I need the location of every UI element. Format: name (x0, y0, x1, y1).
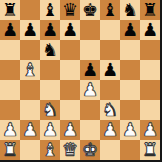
black-pawn[interactable]: ♟ (2, 20, 18, 40)
square-d7[interactable]: ♟ (60, 20, 80, 40)
square-h2[interactable]: ♟ (140, 120, 160, 140)
square-e5[interactable]: ♟ (80, 60, 100, 80)
white-queen[interactable]: ♛ (62, 140, 78, 160)
square-d4[interactable] (60, 80, 80, 100)
white-king[interactable]: ♚ (82, 140, 98, 160)
square-h8[interactable]: ♜ (140, 0, 160, 20)
square-a2[interactable]: ♟ (0, 120, 20, 140)
black-queen[interactable]: ♛ (62, 0, 78, 20)
square-h5[interactable] (140, 60, 160, 80)
square-b2[interactable]: ♟ (20, 120, 40, 140)
square-c5[interactable] (40, 60, 60, 80)
square-h7[interactable]: ♟ (140, 20, 160, 40)
square-e1[interactable]: ♚ (80, 140, 100, 160)
square-h3[interactable] (140, 100, 160, 120)
square-g4[interactable] (120, 80, 140, 100)
white-pawn[interactable]: ♟ (22, 120, 38, 140)
white-pawn[interactable]: ♟ (102, 120, 118, 140)
square-e6[interactable] (80, 40, 100, 60)
square-c3[interactable]: ♞ (40, 100, 60, 120)
black-pawn[interactable]: ♟ (42, 20, 58, 40)
square-b8[interactable] (20, 0, 40, 20)
square-d5[interactable] (60, 60, 80, 80)
square-e4[interactable]: ♟ (80, 80, 100, 100)
square-g2[interactable]: ♟ (120, 120, 140, 140)
square-e3[interactable] (80, 100, 100, 120)
square-g3[interactable] (120, 100, 140, 120)
square-b3[interactable] (20, 100, 40, 120)
square-g1[interactable] (120, 140, 140, 160)
black-knight[interactable]: ♞ (42, 40, 58, 60)
square-f2[interactable]: ♟ (100, 120, 120, 140)
black-pawn[interactable]: ♟ (82, 60, 98, 80)
square-g6[interactable] (120, 40, 140, 60)
white-knight[interactable]: ♞ (102, 100, 118, 120)
square-c7[interactable]: ♟ (40, 20, 60, 40)
square-b4[interactable] (20, 80, 40, 100)
black-rook[interactable]: ♜ (2, 0, 18, 20)
white-pawn[interactable]: ♟ (42, 120, 58, 140)
square-g7[interactable]: ♟ (120, 20, 140, 40)
square-h4[interactable] (140, 80, 160, 100)
square-a7[interactable]: ♟ (0, 20, 20, 40)
square-g8[interactable]: ♞ (120, 0, 140, 20)
white-bishop[interactable]: ♝ (42, 140, 58, 160)
white-pawn[interactable]: ♟ (2, 120, 18, 140)
black-pawn[interactable]: ♟ (22, 20, 38, 40)
square-f8[interactable]: ♝ (100, 0, 120, 20)
black-rook[interactable]: ♜ (142, 0, 158, 20)
black-pawn[interactable]: ♟ (62, 20, 78, 40)
square-f1[interactable] (100, 140, 120, 160)
square-a6[interactable] (0, 40, 20, 60)
square-d2[interactable]: ♟ (60, 120, 80, 140)
square-f6[interactable] (100, 40, 120, 60)
square-b7[interactable]: ♟ (20, 20, 40, 40)
square-f4[interactable] (100, 80, 120, 100)
square-a4[interactable] (0, 80, 20, 100)
white-pawn[interactable]: ♟ (82, 80, 98, 100)
square-e8[interactable]: ♚ (80, 0, 100, 20)
black-king[interactable]: ♚ (82, 0, 98, 20)
square-f5[interactable]: ♟ (100, 60, 120, 80)
square-e2[interactable] (80, 120, 100, 140)
white-pawn[interactable]: ♟ (122, 120, 138, 140)
square-h1[interactable]: ♜ (140, 140, 160, 160)
square-b6[interactable] (20, 40, 40, 60)
square-a1[interactable]: ♜ (0, 140, 20, 160)
white-bishop[interactable]: ♝ (22, 60, 38, 80)
square-c2[interactable]: ♟ (40, 120, 60, 140)
white-pawn[interactable]: ♟ (142, 120, 158, 140)
square-e7[interactable] (80, 20, 100, 40)
square-h6[interactable] (140, 40, 160, 60)
square-c8[interactable]: ♝ (40, 0, 60, 20)
square-a8[interactable]: ♜ (0, 0, 20, 20)
square-g5[interactable] (120, 60, 140, 80)
square-c6[interactable]: ♞ (40, 40, 60, 60)
black-pawn[interactable]: ♟ (122, 20, 138, 40)
black-pawn[interactable]: ♟ (142, 20, 158, 40)
chess-board: ♜♝♛♚♝♞♜♟♟♟♟♟♟♞♝♟♟♟♞♞♟♟♟♟♟♟♟♜♝♛♚♜ (0, 0, 160, 160)
square-f3[interactable]: ♞ (100, 100, 120, 120)
square-c4[interactable] (40, 80, 60, 100)
white-pawn[interactable]: ♟ (62, 120, 78, 140)
white-rook[interactable]: ♜ (142, 140, 158, 160)
square-d8[interactable]: ♛ (60, 0, 80, 20)
black-bishop[interactable]: ♝ (42, 0, 58, 20)
white-rook[interactable]: ♜ (2, 140, 18, 160)
black-bishop[interactable]: ♝ (102, 0, 118, 20)
square-f7[interactable] (100, 20, 120, 40)
square-a5[interactable] (0, 60, 20, 80)
square-d1[interactable]: ♛ (60, 140, 80, 160)
white-knight[interactable]: ♞ (42, 100, 58, 120)
square-b5[interactable]: ♝ (20, 60, 40, 80)
square-d6[interactable] (60, 40, 80, 60)
black-pawn[interactable]: ♟ (102, 60, 118, 80)
chess-app-window: ♜♝♛♚♝♞♜♟♟♟♟♟♟♞♝♟♟♟♞♞♟♟♟♟♟♟♟♜♝♛♚♜ (0, 0, 162, 162)
square-a3[interactable] (0, 100, 20, 120)
black-knight[interactable]: ♞ (122, 0, 138, 20)
square-c1[interactable]: ♝ (40, 140, 60, 160)
square-b1[interactable] (20, 140, 40, 160)
square-d3[interactable] (60, 100, 80, 120)
